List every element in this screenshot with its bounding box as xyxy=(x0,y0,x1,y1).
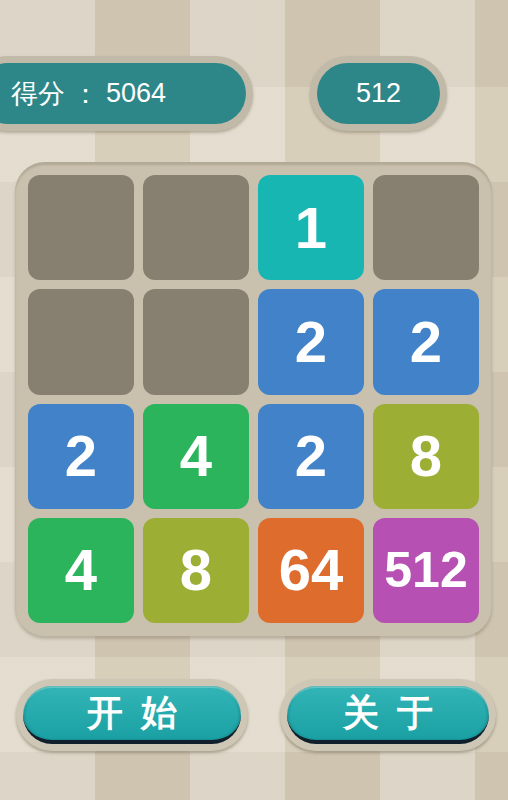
best-tile-value: 512 xyxy=(356,78,401,109)
best-tile-pill: 512 xyxy=(317,63,440,124)
start-button-face: 开始 xyxy=(23,686,241,744)
tile-number: 2 xyxy=(65,427,97,485)
tile-number: 8 xyxy=(180,541,212,599)
tile-number: 1 xyxy=(295,199,327,257)
tile-8-r3c4: 8 xyxy=(373,404,479,509)
tile-number: 2 xyxy=(295,313,327,371)
tile-number: 4 xyxy=(65,541,97,599)
tile-number: 512 xyxy=(384,545,467,595)
tile-number: 4 xyxy=(180,427,212,485)
tile-2-r3c1: 2 xyxy=(28,404,134,509)
about-button-label: 关于 xyxy=(343,695,451,731)
tile-8-r4c2: 8 xyxy=(143,518,249,623)
empty-cell-r2c1 xyxy=(28,289,134,394)
tile-2-r2c4: 2 xyxy=(373,289,479,394)
tile-2-r2c3: 2 xyxy=(258,289,364,394)
score-separator: ： xyxy=(72,76,99,112)
start-button[interactable]: 开始 xyxy=(16,679,248,751)
tile-4-r3c2: 4 xyxy=(143,404,249,509)
score-label: 得分 xyxy=(11,76,65,112)
score-display: 得分：5064 xyxy=(0,56,253,131)
empty-cell-r1c1 xyxy=(28,175,134,280)
empty-cell-r1c4 xyxy=(373,175,479,280)
about-button-face: 关于 xyxy=(287,686,489,744)
tile-2-r3c3: 2 xyxy=(258,404,364,509)
tile-1-r1c3: 1 xyxy=(258,175,364,280)
tile-number: 64 xyxy=(279,541,344,599)
score-pill: 得分：5064 xyxy=(0,63,246,124)
tile-64-r4c3: 64 xyxy=(258,518,364,623)
tile-number: 2 xyxy=(295,427,327,485)
score-value: 5064 xyxy=(106,78,166,109)
tile-512-r4c4: 512 xyxy=(373,518,479,623)
best-tile-display: 512 xyxy=(310,56,447,131)
game-screen: 得分：5064 512 12224284864512 开始 关于 xyxy=(0,0,508,800)
about-button[interactable]: 关于 xyxy=(280,679,496,751)
empty-cell-r1c2 xyxy=(143,175,249,280)
tile-4-r4c1: 4 xyxy=(28,518,134,623)
game-board[interactable]: 12224284864512 xyxy=(15,162,492,636)
start-button-label: 开始 xyxy=(87,695,195,731)
tile-number: 8 xyxy=(410,427,442,485)
empty-cell-r2c2 xyxy=(143,289,249,394)
tile-number: 2 xyxy=(410,313,442,371)
